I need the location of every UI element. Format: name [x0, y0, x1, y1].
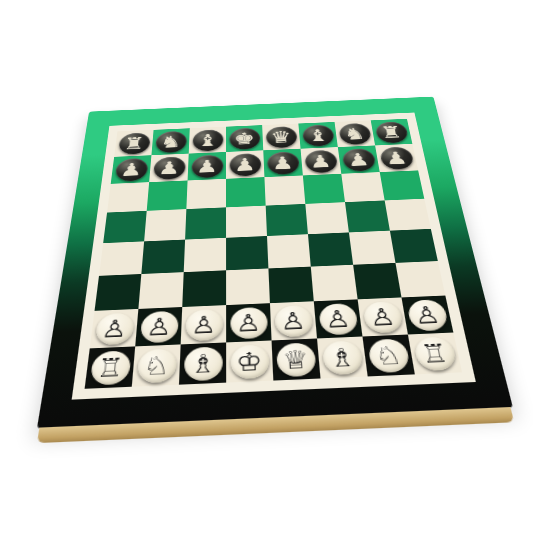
- piece-white-knight[interactable]: ♘: [136, 348, 177, 383]
- square-a1[interactable]: ♖: [85, 346, 136, 388]
- square-f6[interactable]: [303, 174, 345, 204]
- piece-glyph: ♟: [234, 153, 256, 176]
- piece-white-pawn[interactable]: ♙: [362, 301, 404, 333]
- piece-black-pawn[interactable]: ♟: [304, 149, 338, 173]
- piece-glyph: ♙: [368, 301, 398, 333]
- square-g8[interactable]: ♞: [335, 120, 376, 147]
- piece-black-knight[interactable]: ♞: [155, 131, 187, 153]
- board-margin: ♜♞♝♚♛♝♞♜♟♟♟♟♟♟♟♟♙♙♙♙♙♙♙♙♖♘♗♔♕♗♘♖: [72, 113, 476, 400]
- piece-glyph: ♔: [236, 344, 263, 378]
- piece-white-pawn[interactable]: ♙: [318, 303, 358, 335]
- piece-glyph: ♝: [197, 129, 218, 151]
- piece-glyph: ♙: [191, 309, 217, 341]
- square-g4[interactable]: [349, 231, 396, 265]
- square-c6[interactable]: [186, 179, 226, 209]
- square-f2[interactable]: ♙: [314, 299, 363, 338]
- piece-glyph: ♜: [379, 121, 404, 143]
- square-c4[interactable]: [184, 238, 226, 272]
- piece-black-pawn[interactable]: ♟: [379, 146, 415, 169]
- square-a5[interactable]: [103, 211, 147, 243]
- square-b6[interactable]: [147, 180, 188, 210]
- piece-white-rook[interactable]: ♖: [89, 350, 131, 385]
- piece-glyph: ♙: [145, 311, 172, 343]
- square-h3[interactable]: [395, 261, 445, 297]
- piece-white-pawn[interactable]: ♙: [185, 308, 223, 341]
- square-h7[interactable]: ♟: [375, 144, 418, 172]
- square-a7[interactable]: ♟: [111, 155, 152, 184]
- piece-glyph: ♞: [343, 123, 367, 145]
- square-a8[interactable]: ♜: [114, 130, 153, 157]
- square-c3[interactable]: [182, 270, 226, 307]
- square-e8[interactable]: ♛: [262, 124, 300, 151]
- square-c7[interactable]: ♟: [188, 152, 226, 181]
- square-d4[interactable]: [226, 236, 268, 270]
- square-d2[interactable]: ♙: [226, 303, 271, 342]
- square-a2[interactable]: ♙: [90, 309, 139, 348]
- board-grid: ♜♞♝♚♛♝♞♜♟♟♟♟♟♟♟♟♙♙♙♙♙♙♙♙♖♘♗♔♕♗♘♖: [85, 119, 462, 389]
- piece-black-pawn[interactable]: ♟: [229, 153, 261, 177]
- piece-white-pawn[interactable]: ♙: [139, 310, 178, 343]
- piece-white-bishop[interactable]: ♗: [183, 346, 222, 381]
- square-b4[interactable]: [141, 240, 185, 274]
- piece-glyph: ♟: [384, 146, 410, 169]
- piece-glyph: ♖: [95, 350, 125, 385]
- square-c5[interactable]: [185, 207, 226, 239]
- piece-glyph: ♜: [122, 132, 145, 154]
- piece-white-king[interactable]: ♔: [230, 344, 269, 379]
- piece-black-queen[interactable]: ♛: [265, 126, 297, 148]
- piece-glyph: ♟: [346, 148, 371, 171]
- piece-black-pawn[interactable]: ♟: [191, 154, 223, 178]
- piece-glyph: ♘: [142, 348, 170, 383]
- square-f4[interactable]: [308, 232, 353, 266]
- piece-white-bishop[interactable]: ♗: [321, 340, 363, 375]
- piece-black-bishop[interactable]: ♝: [302, 124, 335, 146]
- piece-glyph: ♙: [324, 303, 353, 335]
- piece-white-knight[interactable]: ♘: [367, 338, 410, 373]
- piece-glyph: ♛: [270, 126, 292, 148]
- piece-black-knight[interactable]: ♞: [338, 123, 372, 145]
- square-e2[interactable]: ♙: [270, 301, 317, 340]
- square-e3[interactable]: [268, 267, 313, 304]
- board-perspective-scene: ♜♞♝♚♛♝♞♜♟♟♟♟♟♟♟♟♙♙♙♙♙♙♙♙♖♘♗♔♕♗♘♖: [58, 27, 475, 444]
- square-h5[interactable]: [385, 199, 431, 231]
- square-e7[interactable]: ♟: [263, 149, 303, 177]
- square-g5[interactable]: [345, 200, 390, 232]
- piece-glyph: ♟: [309, 150, 333, 173]
- square-f7[interactable]: ♟: [301, 147, 342, 175]
- piece-white-queen[interactable]: ♕: [276, 342, 317, 377]
- square-e4[interactable]: [267, 234, 311, 268]
- square-a6[interactable]: [107, 182, 149, 212]
- piece-white-pawn[interactable]: ♙: [94, 312, 134, 345]
- square-h8[interactable]: ♜: [371, 119, 413, 146]
- square-d6[interactable]: [226, 177, 266, 207]
- piece-black-rook[interactable]: ♜: [118, 132, 151, 154]
- piece-glyph: ♟: [119, 158, 143, 181]
- piece-glyph: ♙: [412, 299, 443, 331]
- piece-glyph: ♖: [418, 336, 451, 370]
- piece-black-pawn[interactable]: ♟: [153, 156, 186, 180]
- chess-board: ♜♞♝♚♛♝♞♜♟♟♟♟♟♟♟♟♙♙♙♙♙♙♙♙♖♘♗♔♕♗♘♖: [37, 97, 513, 429]
- piece-glyph: ♙: [236, 307, 262, 339]
- square-c1[interactable]: ♗: [179, 342, 226, 384]
- piece-glyph: ♞: [160, 131, 182, 153]
- square-a4[interactable]: [99, 241, 144, 275]
- piece-white-pawn[interactable]: ♙: [230, 306, 268, 339]
- square-g3[interactable]: [353, 263, 401, 299]
- square-b2[interactable]: ♙: [135, 307, 182, 346]
- square-e5[interactable]: [266, 204, 308, 236]
- piece-black-bishop[interactable]: ♝: [192, 129, 223, 151]
- piece-glyph: ♝: [306, 124, 329, 146]
- square-c2[interactable]: ♙: [181, 305, 226, 344]
- piece-black-pawn[interactable]: ♟: [267, 151, 300, 175]
- square-f3[interactable]: [311, 265, 358, 302]
- square-c8[interactable]: ♝: [189, 127, 226, 154]
- square-b7[interactable]: ♟: [149, 154, 189, 183]
- square-h4[interactable]: [390, 229, 438, 263]
- piece-white-pawn[interactable]: ♙: [274, 305, 313, 337]
- square-a3[interactable]: [95, 274, 142, 311]
- square-d5[interactable]: [226, 206, 267, 238]
- piece-black-rook[interactable]: ♜: [374, 121, 409, 143]
- piece-glyph: ♕: [282, 342, 310, 376]
- piece-glyph: ♗: [189, 346, 216, 380]
- square-b5[interactable]: [144, 209, 186, 241]
- square-g7[interactable]: ♟: [338, 145, 380, 173]
- square-h2[interactable]: ♙: [401, 296, 453, 335]
- piece-white-pawn[interactable]: ♙: [406, 299, 449, 331]
- square-d7[interactable]: ♟: [226, 150, 264, 178]
- square-d3[interactable]: [226, 268, 270, 305]
- square-e6[interactable]: [264, 175, 305, 205]
- piece-glyph: ♟: [271, 151, 294, 174]
- square-f8[interactable]: ♝: [298, 122, 337, 149]
- piece-glyph: ♟: [196, 155, 218, 178]
- square-b1[interactable]: ♘: [132, 344, 181, 386]
- square-d1[interactable]: ♔: [226, 340, 273, 382]
- square-h6[interactable]: [380, 170, 425, 200]
- square-b3[interactable]: [138, 272, 183, 309]
- square-g2[interactable]: ♙: [358, 297, 408, 336]
- piece-glyph: ♟: [158, 156, 181, 179]
- square-g1[interactable]: ♘: [362, 335, 414, 377]
- piece-black-pawn[interactable]: ♟: [341, 148, 376, 171]
- piece-glyph: ♙: [280, 305, 307, 337]
- square-f1[interactable]: ♗: [317, 336, 368, 378]
- piece-black-pawn[interactable]: ♟: [114, 158, 148, 182]
- piece-glyph: ♗: [327, 340, 357, 374]
- board-frame: ♜♞♝♚♛♝♞♜♟♟♟♟♟♟♟♟♙♙♙♙♙♙♙♙♖♘♗♔♕♗♘♖: [37, 97, 513, 429]
- photo-background: ♜♞♝♚♛♝♞♜♟♟♟♟♟♟♟♟♙♙♙♙♙♙♙♙♖♘♗♔♕♗♘♖: [0, 0, 533, 533]
- square-g6[interactable]: [341, 172, 384, 202]
- square-f5[interactable]: [305, 202, 349, 234]
- square-b8[interactable]: ♞: [151, 128, 189, 155]
- piece-glyph: ♙: [100, 312, 129, 344]
- board-rotation-wrapper: ♜♞♝♚♛♝♞♜♟♟♟♟♟♟♟♟♙♙♙♙♙♙♙♙♖♘♗♔♕♗♘♖: [58, 27, 475, 444]
- square-h1[interactable]: ♖: [408, 333, 462, 375]
- piece-glyph: ♚: [234, 128, 255, 150]
- square-d8[interactable]: ♚: [226, 125, 263, 152]
- piece-glyph: ♘: [373, 338, 404, 372]
- piece-black-king[interactable]: ♚: [229, 127, 260, 149]
- square-e1[interactable]: ♕: [272, 338, 321, 380]
- piece-white-rook[interactable]: ♖: [412, 336, 457, 371]
